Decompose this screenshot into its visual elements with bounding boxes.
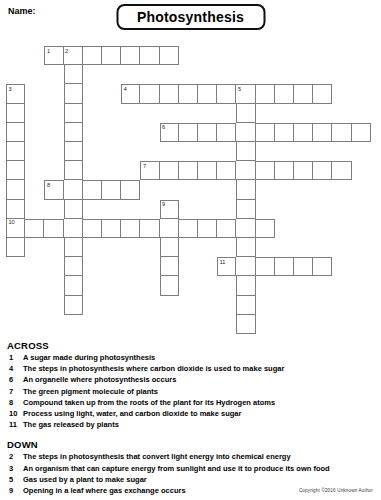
- cell-4-17[interactable]: [332, 123, 351, 142]
- cell-6-15[interactable]: [294, 161, 313, 180]
- cell-number: 10: [9, 219, 15, 225]
- cell-8-8[interactable]: 9: [160, 200, 179, 219]
- title-box: Photosynthesis: [116, 4, 265, 30]
- cell-0-3[interactable]: 2: [64, 46, 83, 65]
- cell-0-2[interactable]: 1: [44, 46, 63, 65]
- cell-9-7[interactable]: [140, 219, 159, 238]
- cell-7-3[interactable]: [64, 180, 83, 199]
- clue-number: 8: [4, 398, 23, 407]
- cell-2-13[interactable]: [256, 84, 275, 103]
- cell-9-10[interactable]: [198, 219, 217, 238]
- cell-6-10[interactable]: [198, 161, 217, 180]
- cell-9-3[interactable]: [64, 219, 83, 238]
- clue-row-2: 2The steps in photosynthesis that conver…: [4, 452, 379, 463]
- cell-6-3[interactable]: [64, 161, 83, 180]
- cell-4-16[interactable]: [313, 123, 332, 142]
- cell-8-0[interactable]: [6, 200, 25, 219]
- cell-0-6[interactable]: [121, 46, 140, 65]
- cell-0-4[interactable]: [83, 46, 102, 65]
- clue-text: Gas used by a plant to make sugar: [23, 475, 147, 484]
- cell-6-16[interactable]: [313, 161, 332, 180]
- clue-text: Process using light, water, and carbon d…: [23, 409, 241, 418]
- cell-12-12[interactable]: [236, 276, 255, 295]
- cell-number: 7: [143, 163, 146, 169]
- cell-0-8[interactable]: [160, 46, 179, 65]
- cell-6-8[interactable]: [160, 161, 179, 180]
- clue-text: The green pigment molecule of plants: [23, 387, 158, 396]
- cell-7-6[interactable]: [121, 180, 140, 199]
- clue-number: 5: [4, 475, 23, 484]
- clue-number: 10: [4, 409, 23, 418]
- cell-11-14[interactable]: [275, 257, 294, 276]
- clue-text: A sugar made during photosynthesis: [23, 353, 155, 362]
- cell-10-8[interactable]: [160, 238, 179, 257]
- clue-row-4: 4The steps in photosynthesis where carbo…: [4, 364, 379, 375]
- clue-row-3: 3An organism that can capture energy fro…: [4, 464, 379, 475]
- clue-row-5: 5Gas used by a plant to make sugar: [4, 475, 379, 486]
- cell-10-0[interactable]: [6, 238, 25, 257]
- cell-11-3[interactable]: [64, 257, 83, 276]
- cell-2-11[interactable]: [217, 84, 236, 103]
- cell-6-11[interactable]: [217, 161, 236, 180]
- cell-3-12[interactable]: [236, 104, 255, 123]
- cell-4-8[interactable]: 6: [160, 123, 179, 142]
- cell-4-11[interactable]: [217, 123, 236, 142]
- cell-4-10[interactable]: [198, 123, 217, 142]
- clue-row-10: 10Process using light, water, and carbon…: [4, 409, 379, 420]
- cell-9-9[interactable]: [179, 219, 198, 238]
- cell-2-16[interactable]: [313, 84, 332, 103]
- cell-4-9[interactable]: [179, 123, 198, 142]
- cell-number: 11: [220, 259, 226, 265]
- cell-number: 4: [124, 86, 127, 92]
- cell-6-14[interactable]: [275, 161, 294, 180]
- cell-6-0[interactable]: [6, 161, 25, 180]
- cell-4-0[interactable]: [6, 123, 25, 142]
- cell-11-8[interactable]: [160, 257, 179, 276]
- cell-7-0[interactable]: [6, 180, 25, 199]
- cell-7-4[interactable]: [83, 180, 102, 199]
- cell-9-5[interactable]: [102, 219, 121, 238]
- cell-4-14[interactable]: [275, 123, 294, 142]
- cell-0-5[interactable]: [102, 46, 121, 65]
- cell-6-17[interactable]: [332, 161, 351, 180]
- clue-row-7: 7The green pigment molecule of plants: [4, 387, 379, 398]
- cell-9-2[interactable]: [44, 219, 63, 238]
- cell-2-10[interactable]: [198, 84, 217, 103]
- clue-number: 7: [4, 387, 23, 396]
- clue-row-8: 8Compound taken up from the roots of the…: [4, 398, 379, 409]
- cell-6-9[interactable]: [179, 161, 198, 180]
- cell-11-12[interactable]: [236, 257, 255, 276]
- cell-9-12[interactable]: [236, 219, 255, 238]
- cell-9-1[interactable]: [25, 219, 44, 238]
- clue-text: The gas released by plants: [23, 420, 119, 429]
- cell-9-11[interactable]: [217, 219, 236, 238]
- clue-number: 9: [4, 486, 23, 495]
- cell-2-8[interactable]: [160, 84, 179, 103]
- cell-2-12[interactable]: 5: [236, 84, 255, 103]
- across-clues: 1A sugar made during photosynthesis4The …: [4, 353, 379, 431]
- cell-7-2[interactable]: 8: [44, 180, 63, 199]
- clue-row-1: 1A sugar made during photosynthesis: [4, 353, 379, 364]
- cell-9-8[interactable]: [160, 219, 179, 238]
- cell-4-13[interactable]: [256, 123, 275, 142]
- clue-row-6: 6An organelle where photosynthesis occur…: [4, 375, 379, 386]
- cell-number: 3: [9, 86, 12, 92]
- cell-13-3[interactable]: [64, 296, 83, 315]
- cell-7-5[interactable]: [102, 180, 121, 199]
- cell-number: 6: [162, 124, 165, 130]
- cell-number: 2: [65, 48, 68, 54]
- cell-3-0[interactable]: [6, 104, 25, 123]
- clue-number: 6: [4, 375, 23, 384]
- cell-10-3[interactable]: [64, 238, 83, 257]
- clue-number: 11: [4, 420, 23, 429]
- cell-5-3[interactable]: [64, 142, 83, 161]
- cell-4-15[interactable]: [294, 123, 313, 142]
- cell-number: 9: [162, 201, 165, 207]
- cell-2-15[interactable]: [294, 84, 313, 103]
- clue-text: The steps in photosynthesis where carbon…: [23, 364, 284, 373]
- cell-number: 5: [238, 86, 241, 92]
- down-header: DOWN: [7, 439, 379, 450]
- cell-12-8[interactable]: [160, 276, 179, 295]
- cell-12-3[interactable]: [64, 276, 83, 295]
- across-header: ACROSS: [7, 340, 379, 351]
- cell-8-3[interactable]: [64, 200, 83, 219]
- clues-section: ACROSS 1A sugar made during photosynthes…: [4, 340, 379, 497]
- clue-text: Opening in a leaf where gas exchange occ…: [23, 486, 186, 495]
- page-title: Photosynthesis: [137, 9, 244, 25]
- cell-1-3[interactable]: [64, 65, 83, 84]
- cell-2-3[interactable]: [64, 84, 83, 103]
- cell-4-18[interactable]: [352, 123, 371, 142]
- clue-number: 4: [4, 364, 23, 373]
- copyright-text: Copyright ©2016 Unknown Author: [299, 488, 373, 493]
- cell-11-13[interactable]: [256, 257, 275, 276]
- cell-11-11[interactable]: 11: [217, 257, 236, 276]
- clue-text: An organelle where photosynthesis occurs: [23, 375, 176, 384]
- cell-5-12[interactable]: [236, 142, 255, 161]
- cell-10-12[interactable]: [236, 238, 255, 257]
- cell-2-7[interactable]: [140, 84, 159, 103]
- cell-11-16[interactable]: [313, 257, 332, 276]
- cell-number: 1: [47, 48, 50, 54]
- clue-text: An organism that can capture energy from…: [23, 464, 330, 473]
- cell-6-13[interactable]: [256, 161, 275, 180]
- name-label: Name:: [8, 6, 36, 16]
- cell-4-3[interactable]: [64, 123, 83, 142]
- cell-4-12[interactable]: [236, 123, 255, 142]
- cell-3-3[interactable]: [64, 104, 83, 123]
- cell-0-7[interactable]: [140, 46, 159, 65]
- cell-9-0[interactable]: 10: [6, 219, 25, 238]
- cell-9-6[interactable]: [121, 219, 140, 238]
- clue-row-11: 11The gas released by plants: [4, 420, 379, 431]
- cell-6-7[interactable]: 7: [140, 161, 159, 180]
- cell-2-14[interactable]: [275, 84, 294, 103]
- cell-2-9[interactable]: [179, 84, 198, 103]
- cell-6-12[interactable]: [236, 161, 255, 180]
- clue-number: 2: [4, 452, 23, 461]
- crossword-board: 1234567891011: [6, 46, 372, 335]
- cell-2-6[interactable]: 4: [121, 84, 140, 103]
- cell-number: 8: [47, 182, 50, 188]
- cell-9-13[interactable]: [256, 219, 275, 238]
- cell-13-12[interactable]: [236, 296, 255, 315]
- cell-7-12[interactable]: [236, 180, 255, 199]
- cell-11-15[interactable]: [294, 257, 313, 276]
- cell-5-0[interactable]: [6, 142, 25, 161]
- clue-number: 3: [4, 464, 23, 473]
- cell-14-12[interactable]: [236, 315, 255, 334]
- cell-9-4[interactable]: [83, 219, 102, 238]
- clue-number: 1: [4, 353, 23, 362]
- cell-8-12[interactable]: [236, 200, 255, 219]
- clue-text: Compound taken up from the roots of the …: [23, 398, 275, 407]
- cell-2-0[interactable]: 3: [6, 84, 25, 103]
- clue-text: The steps in photosynthesis that convert…: [23, 452, 291, 461]
